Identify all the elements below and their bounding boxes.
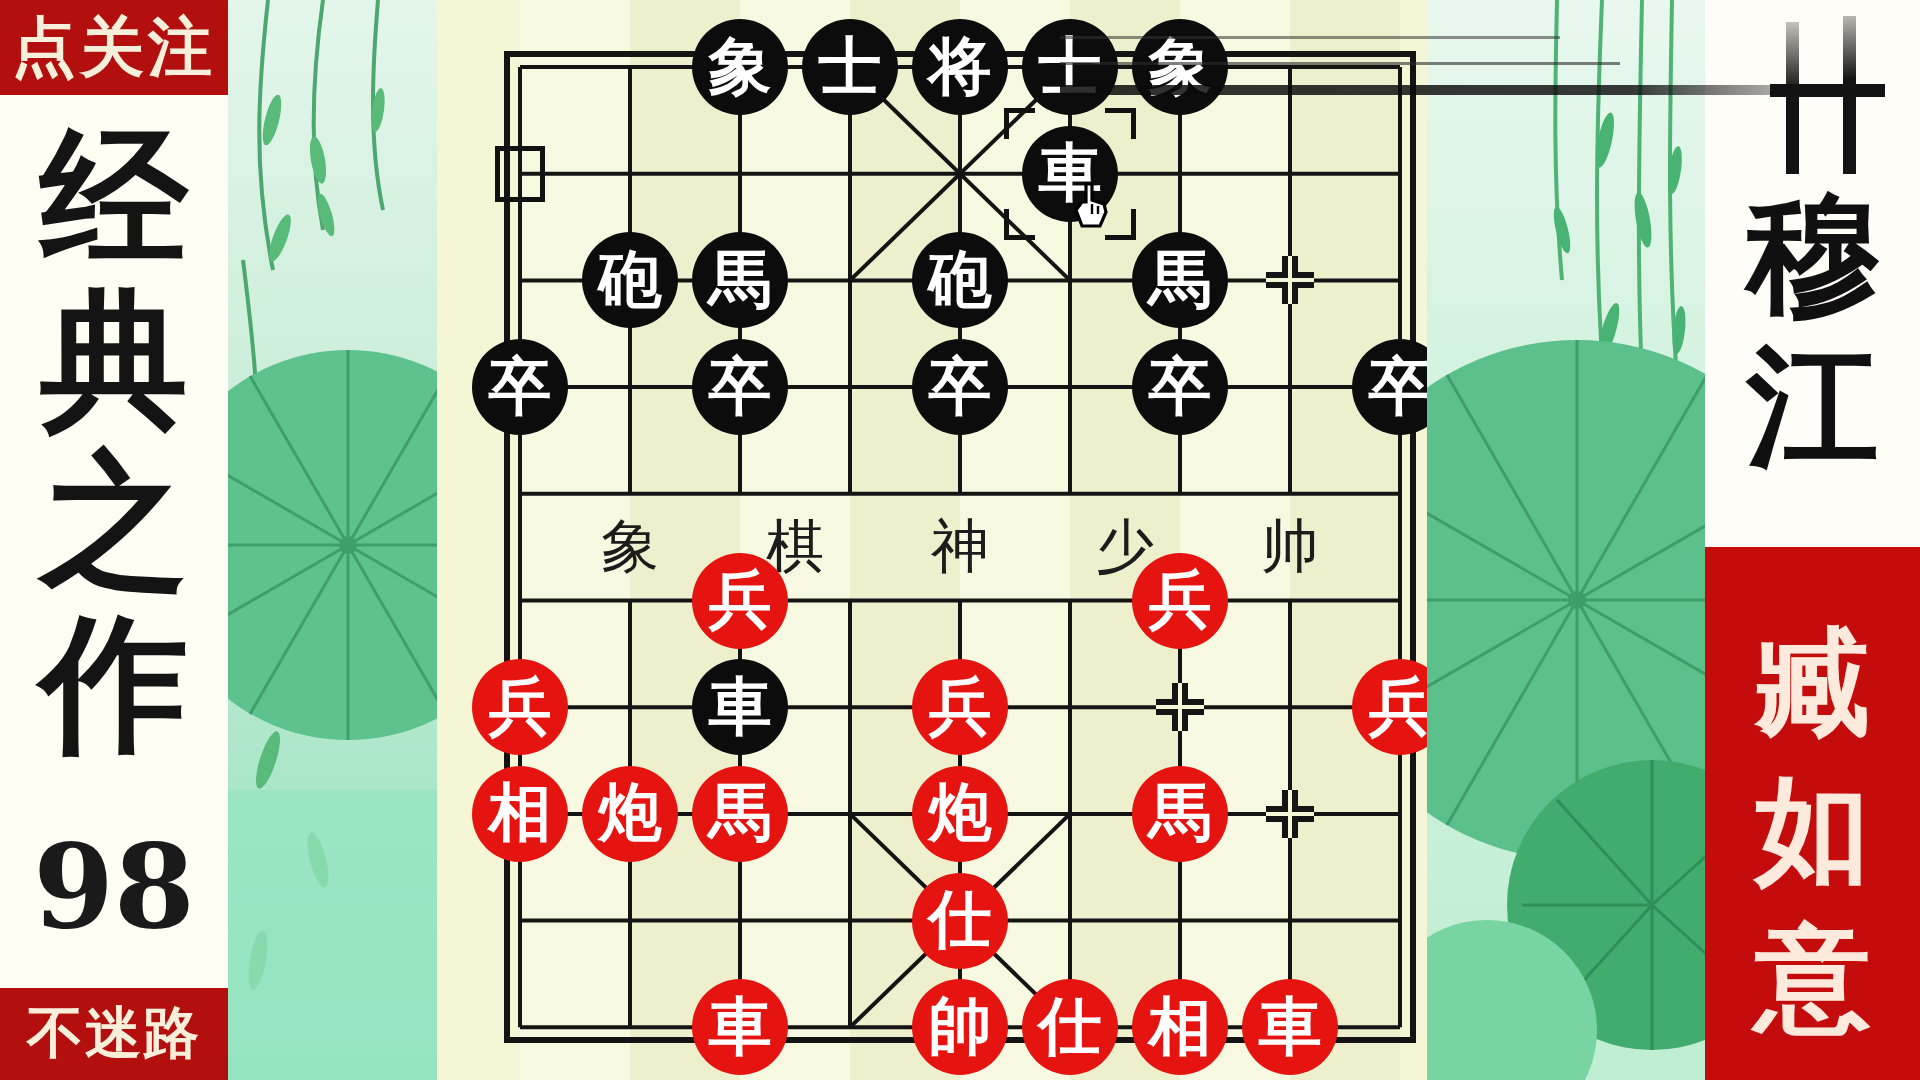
piece-red-兵[interactable]: 兵 [692, 553, 788, 649]
piece-label: 卒 [929, 356, 992, 419]
piece-label: 兵 [929, 676, 992, 739]
video-frame: 点关注 经典之作 98 不迷路 [0, 0, 1920, 1080]
river-watermark-char: 象 [601, 508, 659, 586]
player-red-char: 意 [1755, 905, 1871, 1053]
piece-label: 士 [819, 36, 882, 99]
piece-red-車[interactable]: 車 [1242, 979, 1338, 1075]
series-title-char: 经 [40, 118, 188, 280]
piece-label: 士 [1039, 36, 1102, 99]
series-title-vertical: 经典之作 [0, 118, 228, 766]
piece-red-馬[interactable]: 馬 [692, 766, 788, 862]
piece-label: 卒 [489, 356, 552, 419]
piece-label: 仕 [1039, 996, 1102, 1059]
series-title-char: 之 [40, 442, 188, 604]
piece-black-士[interactable]: 士 [802, 19, 898, 115]
player-black-char: 穆 [1747, 180, 1879, 332]
board-point-marker [1266, 790, 1314, 838]
piece-label: 兵 [709, 569, 772, 632]
piece-label: 兵 [489, 676, 552, 739]
hand-cursor-icon [1072, 182, 1112, 234]
piece-black-馬[interactable]: 馬 [1132, 232, 1228, 328]
piece-black-砲[interactable]: 砲 [582, 232, 678, 328]
piece-label: 相 [1149, 996, 1212, 1059]
willow-lotus-art-left [228, 0, 437, 1080]
piece-red-炮[interactable]: 炮 [912, 766, 1008, 862]
piece-label: 砲 [599, 249, 662, 312]
piece-black-士[interactable]: 士 [1022, 19, 1118, 115]
piece-red-仕[interactable]: 仕 [912, 873, 1008, 969]
piece-red-相[interactable]: 相 [472, 766, 568, 862]
piece-label: 卒 [1149, 356, 1212, 419]
piece-red-車[interactable]: 車 [692, 979, 788, 1075]
piece-red-仕[interactable]: 仕 [1022, 979, 1118, 1075]
player-red-char: 如 [1755, 757, 1871, 905]
willow-lotus-art-right [1427, 0, 1705, 1080]
piece-red-相[interactable]: 相 [1132, 979, 1228, 1075]
xiangqi-board[interactable]: 象棋神少帅象士将士象車砲馬砲馬卒卒卒卒卒車兵兵兵兵兵相炮馬炮馬仕車帥仕相車 [437, 0, 1427, 1080]
piece-black-車[interactable]: 車 [692, 659, 788, 755]
piece-label: 卒 [1369, 356, 1432, 419]
piece-label: 相 [489, 782, 552, 845]
piece-label: 炮 [599, 782, 662, 845]
piece-label: 卒 [709, 356, 772, 419]
piece-black-卒[interactable]: 卒 [1132, 339, 1228, 435]
follow-banner-label: 点关注 [12, 4, 216, 91]
follow-banner[interactable]: 点关注 [0, 0, 228, 95]
left-panel: 点关注 经典之作 98 不迷路 [0, 0, 228, 1080]
piece-black-馬[interactable]: 馬 [692, 232, 788, 328]
player-name-black: 穆江 [1705, 180, 1920, 484]
piece-red-兵[interactable]: 兵 [912, 659, 1008, 755]
piece-label: 砲 [929, 249, 992, 312]
piece-black-卒[interactable]: 卒 [472, 339, 568, 435]
piece-label: 馬 [1149, 782, 1212, 845]
episode-number: 98 [0, 818, 228, 954]
board-point-marker [1156, 683, 1204, 731]
series-title-char: 作 [40, 604, 188, 766]
piece-black-卒[interactable]: 卒 [692, 339, 788, 435]
piece-label: 兵 [1369, 676, 1432, 739]
piece-black-砲[interactable]: 砲 [912, 232, 1008, 328]
river-watermark-char: 神 [931, 508, 989, 586]
piece-label: 車 [709, 676, 772, 739]
last-move-origin-marker [495, 146, 545, 202]
piece-label: 車 [709, 996, 772, 1059]
piece-black-卒[interactable]: 卒 [912, 339, 1008, 435]
right-panel: 穆江 臧如意 [1705, 0, 1920, 1080]
river-watermark-char: 帅 [1261, 508, 1319, 586]
player-red-char: 臧 [1755, 609, 1871, 757]
piece-red-馬[interactable]: 馬 [1132, 766, 1228, 862]
piece-label: 炮 [929, 782, 992, 845]
piece-label: 馬 [709, 249, 772, 312]
selected-piece-brackets [1004, 108, 1136, 240]
piece-label: 馬 [1149, 249, 1212, 312]
piece-black-象[interactable]: 象 [692, 19, 788, 115]
no-lost-banner-label: 不迷路 [27, 996, 201, 1072]
player-name-red-banner: 臧如意 [1705, 547, 1920, 1080]
piece-label: 帥 [929, 996, 992, 1059]
piece-label: 車 [1259, 996, 1322, 1059]
piece-label: 兵 [1149, 569, 1212, 632]
piece-black-将[interactable]: 将 [912, 19, 1008, 115]
piece-label: 象 [709, 36, 772, 99]
player-black-char: 江 [1747, 332, 1879, 484]
piece-red-兵[interactable]: 兵 [1132, 553, 1228, 649]
board-point-marker [1266, 256, 1314, 304]
piece-red-帥[interactable]: 帥 [912, 979, 1008, 1075]
piece-red-兵[interactable]: 兵 [472, 659, 568, 755]
piece-black-象[interactable]: 象 [1132, 19, 1228, 115]
piece-red-炮[interactable]: 炮 [582, 766, 678, 862]
piece-label: 象 [1149, 36, 1212, 99]
no-lost-banner[interactable]: 不迷路 [0, 988, 228, 1080]
piece-label: 仕 [929, 889, 992, 952]
piece-label: 馬 [709, 782, 772, 845]
piece-label: 将 [929, 36, 992, 99]
series-title-char: 典 [40, 280, 188, 442]
